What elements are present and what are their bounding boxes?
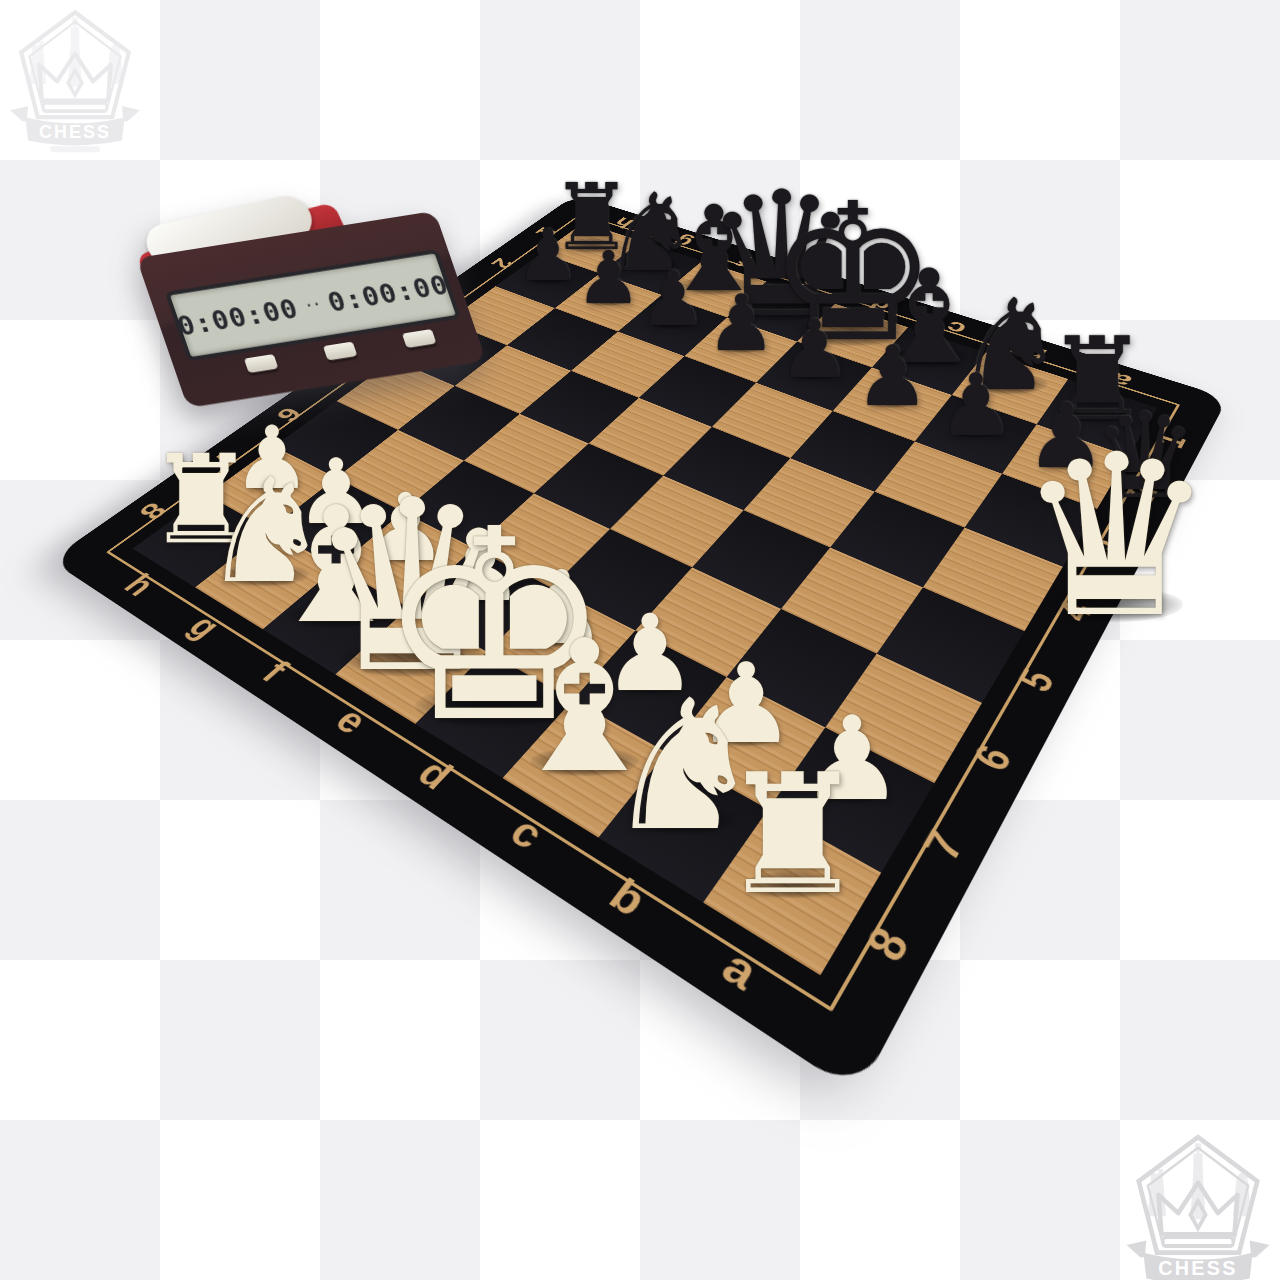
chess-crown-logo: CHESS [6, 4, 144, 159]
logo-subtext-smudge [50, 146, 100, 152]
clock-time-left: 0:00:00 [173, 293, 303, 342]
svg-text:CHESS: CHESS [1158, 1257, 1237, 1279]
clock-time-right: 0:00:00 [323, 269, 453, 318]
logo-text: CHESS [39, 122, 111, 142]
scene: CHESS CHESS hgfedcbahgfedcba123456781234… [0, 0, 1280, 1280]
clock-button-2 [323, 341, 358, 360]
clock-button-3 [402, 329, 437, 348]
chess-crown-logo: CHESS [1122, 1128, 1274, 1280]
clock-separator-icon: ·· [303, 297, 323, 314]
rank-label-right-1: 1 [1145, 424, 1197, 458]
clock-button-1 [244, 354, 279, 373]
